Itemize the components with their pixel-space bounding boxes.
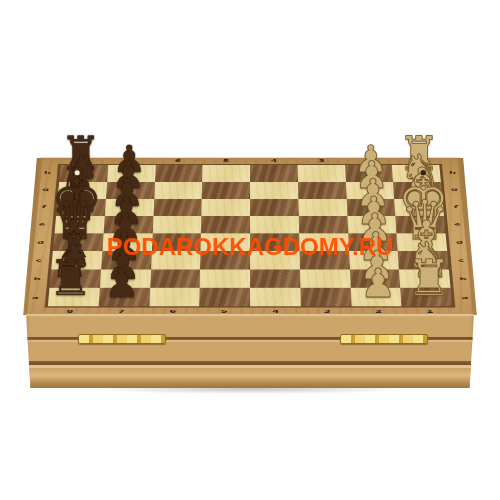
- white-pawn-a2[interactable]: ♟: [360, 264, 396, 304]
- square-g4[interactable]: [250, 182, 298, 199]
- chess-set-photo: 87654321 87654321 hgfedcba hgfedcba ♜♟♟♜…: [0, 0, 500, 500]
- square-g5[interactable]: [202, 182, 250, 199]
- square-f6[interactable]: [153, 199, 202, 216]
- square-a3[interactable]: [300, 288, 351, 307]
- square-b4[interactable]: [250, 269, 300, 287]
- square-g6[interactable]: [154, 182, 202, 199]
- square-a4[interactable]: [250, 288, 301, 307]
- square-e6[interactable]: [152, 216, 201, 233]
- coord-label: e: [454, 223, 461, 226]
- square-e4[interactable]: [250, 216, 299, 233]
- coord-label: 7: [118, 310, 125, 314]
- coords-front: 87654321: [44, 309, 456, 315]
- square-f4[interactable]: [250, 199, 298, 216]
- square-e3[interactable]: [298, 216, 347, 233]
- coord-label: h: [44, 171, 51, 174]
- square-a5[interactable]: [199, 288, 250, 307]
- square-a6[interactable]: [149, 288, 200, 307]
- coord-label: 8: [66, 310, 73, 314]
- coord-label: 4: [271, 159, 278, 162]
- square-h5[interactable]: [202, 165, 250, 182]
- square-f5[interactable]: [202, 199, 250, 216]
- coord-label: 4: [272, 310, 279, 314]
- coord-label: a: [32, 296, 39, 300]
- coord-label: 3: [319, 159, 326, 162]
- square-h4[interactable]: [250, 165, 298, 182]
- coord-label: 5: [223, 159, 230, 162]
- coord-label: 1: [426, 310, 433, 314]
- coord-label: f: [42, 205, 46, 208]
- black-pawn-a7[interactable]: ♟: [104, 264, 140, 304]
- square-f3[interactable]: [298, 199, 347, 216]
- brass-hinge-left: [78, 334, 166, 344]
- coord-label: 6: [175, 159, 182, 162]
- watermark-text: PODAROKKAGDOMY.RU: [0, 233, 500, 261]
- coord-label: f: [454, 205, 458, 208]
- king-finial: [74, 170, 79, 175]
- king-finial: [421, 170, 426, 175]
- square-e5[interactable]: [201, 216, 250, 233]
- square-h6[interactable]: [155, 165, 203, 182]
- brass-hinge-right: [340, 334, 428, 344]
- coord-label: e: [39, 223, 46, 226]
- square-b5[interactable]: [200, 269, 250, 287]
- coord-label: 3: [324, 310, 331, 314]
- coord-label: b: [33, 277, 40, 281]
- coord-label: h: [449, 171, 456, 174]
- black-rook-a8[interactable]: ♜: [48, 254, 93, 304]
- box-front-panel: [26, 314, 474, 388]
- coord-label: 2: [375, 310, 382, 314]
- square-h3[interactable]: [297, 165, 345, 182]
- square-b3[interactable]: [300, 269, 351, 287]
- coord-label: a: [461, 296, 468, 300]
- square-g3[interactable]: [298, 182, 346, 199]
- square-b6[interactable]: [150, 269, 201, 287]
- coord-label: b: [459, 277, 466, 281]
- white-rook-a1[interactable]: ♜: [407, 254, 452, 304]
- coord-label: g: [42, 188, 49, 191]
- box-base-molding: [26, 368, 474, 388]
- coord-label: g: [451, 188, 458, 191]
- coord-label: 5: [221, 310, 228, 314]
- coord-label: 6: [169, 310, 176, 314]
